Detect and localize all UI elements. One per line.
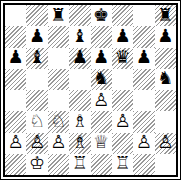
- square-b3[interactable]: ♘: [26, 111, 47, 132]
- square-a4[interactable]: [5, 90, 26, 111]
- square-d7[interactable]: ♝: [69, 26, 90, 47]
- black-bishop: ♝: [29, 48, 45, 66]
- square-a6[interactable]: ♟: [5, 48, 26, 69]
- square-b2[interactable]: ♙: [26, 133, 47, 154]
- black-pawn: ♟: [136, 48, 152, 66]
- black-queen: ♛: [114, 48, 130, 66]
- square-e6[interactable]: ♟: [91, 48, 112, 69]
- white-rook: ♖: [114, 154, 130, 172]
- square-a5[interactable]: [5, 69, 26, 90]
- square-a8[interactable]: [5, 5, 26, 26]
- square-g1[interactable]: [133, 154, 154, 175]
- black-pawn: ♟: [157, 27, 173, 45]
- square-d3[interactable]: ♗: [69, 111, 90, 132]
- square-g7[interactable]: [133, 26, 154, 47]
- white-bishop: ♗: [72, 133, 88, 151]
- square-g2[interactable]: ♙: [133, 133, 154, 154]
- diagram-frame: ♜♚♜♟♝♟♟♟♝♟♟♛♟♞♞♙♘♘♗♙♙♙♙♗♕♙♙♔♖♖: [0, 0, 181, 180]
- white-pawn: ♙: [8, 133, 24, 151]
- black-rook: ♜: [50, 6, 66, 24]
- square-e3[interactable]: [91, 111, 112, 132]
- square-g5[interactable]: [133, 69, 154, 90]
- square-d5[interactable]: [69, 69, 90, 90]
- square-g6[interactable]: ♟: [133, 48, 154, 69]
- black-knight: ♞: [157, 69, 173, 87]
- square-b7[interactable]: ♟: [26, 26, 47, 47]
- square-e1[interactable]: [91, 154, 112, 175]
- square-e5[interactable]: ♞: [91, 69, 112, 90]
- square-e8[interactable]: ♚: [91, 5, 112, 26]
- white-knight: ♘: [50, 112, 66, 130]
- white-knight: ♘: [29, 112, 45, 130]
- square-c4[interactable]: [48, 90, 69, 111]
- square-b4[interactable]: [26, 90, 47, 111]
- square-b6[interactable]: ♝: [26, 48, 47, 69]
- square-h5[interactable]: ♞: [155, 69, 176, 90]
- square-c7[interactable]: [48, 26, 69, 47]
- square-e4[interactable]: ♙: [91, 90, 112, 111]
- square-h2[interactable]: ♙: [155, 133, 176, 154]
- square-c2[interactable]: ♙: [48, 133, 69, 154]
- square-c1[interactable]: [48, 154, 69, 175]
- black-pawn: ♟: [8, 48, 24, 66]
- chess-board: ♜♚♜♟♝♟♟♟♝♟♟♛♟♞♞♙♘♘♗♙♙♙♙♗♕♙♙♔♖♖: [3, 3, 178, 177]
- square-a7[interactable]: [5, 26, 26, 47]
- square-f1[interactable]: ♖: [112, 154, 133, 175]
- square-f5[interactable]: [112, 69, 133, 90]
- black-pawn: ♟: [72, 48, 88, 66]
- white-queen: ♕: [93, 133, 109, 151]
- square-d8[interactable]: [69, 5, 90, 26]
- square-d1[interactable]: ♖: [69, 154, 90, 175]
- square-h4[interactable]: [155, 90, 176, 111]
- black-pawn: ♟: [114, 27, 130, 45]
- square-c8[interactable]: ♜: [48, 5, 69, 26]
- square-a1[interactable]: [5, 154, 26, 175]
- square-f7[interactable]: ♟: [112, 26, 133, 47]
- square-a3[interactable]: [5, 111, 26, 132]
- square-g8[interactable]: [133, 5, 154, 26]
- square-c6[interactable]: [48, 48, 69, 69]
- black-rook: ♜: [157, 6, 173, 24]
- white-pawn: ♙: [29, 133, 45, 151]
- white-king: ♔: [29, 154, 45, 172]
- square-h1[interactable]: [155, 154, 176, 175]
- black-bishop: ♝: [72, 27, 88, 45]
- square-h3[interactable]: [155, 111, 176, 132]
- square-b8[interactable]: [26, 5, 47, 26]
- square-h6[interactable]: [155, 48, 176, 69]
- square-c5[interactable]: [48, 69, 69, 90]
- square-f6[interactable]: ♛: [112, 48, 133, 69]
- square-b1[interactable]: ♔: [26, 154, 47, 175]
- black-knight: ♞: [93, 69, 109, 87]
- square-e7[interactable]: [91, 26, 112, 47]
- square-f8[interactable]: [112, 5, 133, 26]
- square-c3[interactable]: ♘: [48, 111, 69, 132]
- square-g4[interactable]: [133, 90, 154, 111]
- square-f3[interactable]: ♙: [112, 111, 133, 132]
- square-f4[interactable]: [112, 90, 133, 111]
- square-a2[interactable]: ♙: [5, 133, 26, 154]
- white-pawn: ♙: [157, 133, 173, 151]
- black-king: ♚: [93, 6, 109, 24]
- square-d4[interactable]: [69, 90, 90, 111]
- white-bishop: ♗: [72, 112, 88, 130]
- white-pawn: ♙: [50, 133, 66, 151]
- square-g3[interactable]: [133, 111, 154, 132]
- square-f2[interactable]: [112, 133, 133, 154]
- black-pawn: ♟: [93, 48, 109, 66]
- square-e2[interactable]: ♕: [91, 133, 112, 154]
- white-rook: ♖: [72, 154, 88, 172]
- square-h8[interactable]: ♜: [155, 5, 176, 26]
- black-pawn: ♟: [29, 27, 45, 45]
- square-b5[interactable]: [26, 69, 47, 90]
- white-pawn: ♙: [114, 112, 130, 130]
- square-h7[interactable]: ♟: [155, 26, 176, 47]
- white-pawn: ♙: [93, 91, 109, 109]
- square-d2[interactable]: ♗: [69, 133, 90, 154]
- white-pawn: ♙: [136, 133, 152, 151]
- square-d6[interactable]: ♟: [69, 48, 90, 69]
